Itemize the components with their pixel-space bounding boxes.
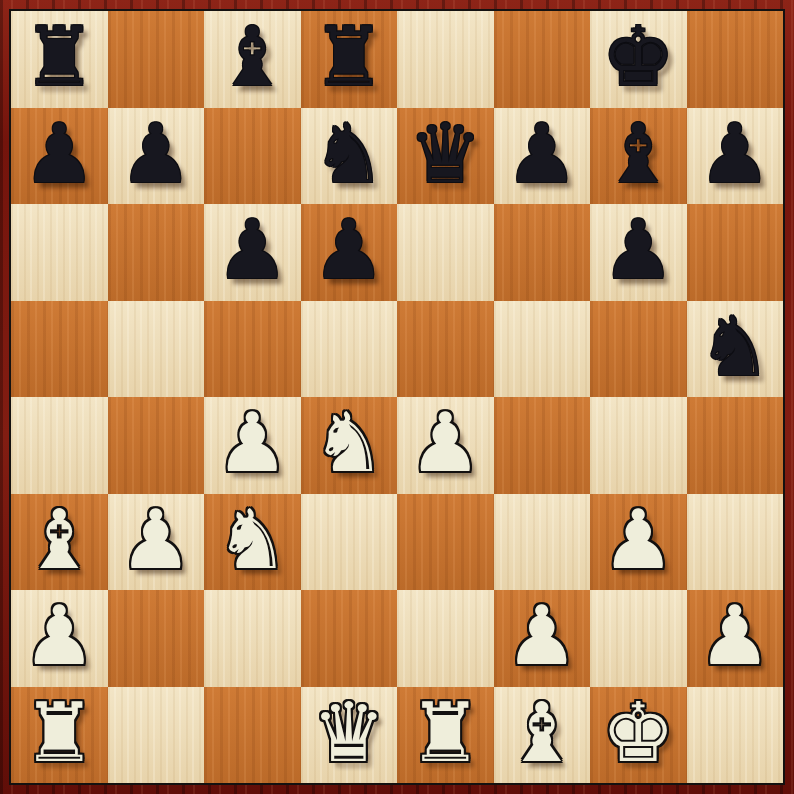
square-d3[interactable] <box>301 494 398 591</box>
square-a3[interactable]: ♝ <box>11 494 108 591</box>
square-b8[interactable] <box>108 11 205 108</box>
white-pawn-b3[interactable]: ♟ <box>119 499 193 581</box>
board-frame: ♜♝♜♚♟♟♞♛♟♝♟♟♟♟♞♟♞♟♝♟♞♟♟♟♟♜♛♜♝♚ <box>0 0 794 794</box>
square-b7[interactable]: ♟ <box>108 108 205 205</box>
square-f3[interactable] <box>494 494 591 591</box>
square-e8[interactable] <box>397 11 494 108</box>
square-d8[interactable]: ♜ <box>301 11 398 108</box>
black-pawn-g6[interactable]: ♟ <box>601 209 675 291</box>
square-c8[interactable]: ♝ <box>204 11 301 108</box>
square-e5[interactable] <box>397 301 494 398</box>
white-rook-a1[interactable]: ♜ <box>22 692 96 774</box>
square-c6[interactable]: ♟ <box>204 204 301 301</box>
black-knight-h5[interactable]: ♞ <box>698 306 772 388</box>
white-queen-d1[interactable]: ♛ <box>312 692 386 774</box>
square-g6[interactable]: ♟ <box>590 204 687 301</box>
square-a8[interactable]: ♜ <box>11 11 108 108</box>
square-d1[interactable]: ♛ <box>301 687 398 784</box>
square-a5[interactable] <box>11 301 108 398</box>
square-g5[interactable] <box>590 301 687 398</box>
white-pawn-g3[interactable]: ♟ <box>601 499 675 581</box>
square-f1[interactable]: ♝ <box>494 687 591 784</box>
square-a1[interactable]: ♜ <box>11 687 108 784</box>
square-c7[interactable] <box>204 108 301 205</box>
square-e3[interactable] <box>397 494 494 591</box>
white-king-g1[interactable]: ♚ <box>601 692 675 774</box>
square-h5[interactable]: ♞ <box>687 301 784 398</box>
black-king-g8[interactable]: ♚ <box>601 16 675 98</box>
black-queen-e7[interactable]: ♛ <box>408 113 482 195</box>
square-b4[interactable] <box>108 397 205 494</box>
square-f8[interactable] <box>494 11 591 108</box>
white-bishop-a3[interactable]: ♝ <box>22 499 96 581</box>
square-b3[interactable]: ♟ <box>108 494 205 591</box>
square-g8[interactable]: ♚ <box>590 11 687 108</box>
black-rook-d8[interactable]: ♜ <box>312 16 386 98</box>
square-f7[interactable]: ♟ <box>494 108 591 205</box>
square-b1[interactable] <box>108 687 205 784</box>
white-knight-d4[interactable]: ♞ <box>312 402 386 484</box>
square-h8[interactable] <box>687 11 784 108</box>
square-h6[interactable] <box>687 204 784 301</box>
white-knight-c3[interactable]: ♞ <box>215 499 289 581</box>
square-h2[interactable]: ♟ <box>687 590 784 687</box>
square-d6[interactable]: ♟ <box>301 204 398 301</box>
black-pawn-h7[interactable]: ♟ <box>698 113 772 195</box>
white-pawn-f2[interactable]: ♟ <box>505 595 579 677</box>
square-e7[interactable]: ♛ <box>397 108 494 205</box>
black-knight-d7[interactable]: ♞ <box>312 113 386 195</box>
square-f2[interactable]: ♟ <box>494 590 591 687</box>
square-b6[interactable] <box>108 204 205 301</box>
square-c4[interactable]: ♟ <box>204 397 301 494</box>
black-bishop-g7[interactable]: ♝ <box>601 113 675 195</box>
square-f4[interactable] <box>494 397 591 494</box>
square-c2[interactable] <box>204 590 301 687</box>
black-rook-a8[interactable]: ♜ <box>22 16 96 98</box>
square-h4[interactable] <box>687 397 784 494</box>
black-pawn-b7[interactable]: ♟ <box>119 113 193 195</box>
square-a4[interactable] <box>11 397 108 494</box>
square-b5[interactable] <box>108 301 205 398</box>
square-e2[interactable] <box>397 590 494 687</box>
square-f6[interactable] <box>494 204 591 301</box>
black-pawn-d6[interactable]: ♟ <box>312 209 386 291</box>
square-c5[interactable] <box>204 301 301 398</box>
white-pawn-c4[interactable]: ♟ <box>215 402 289 484</box>
white-pawn-a2[interactable]: ♟ <box>22 595 96 677</box>
square-a7[interactable]: ♟ <box>11 108 108 205</box>
square-g7[interactable]: ♝ <box>590 108 687 205</box>
black-bishop-c8[interactable]: ♝ <box>215 16 289 98</box>
black-pawn-c6[interactable]: ♟ <box>215 209 289 291</box>
square-e1[interactable]: ♜ <box>397 687 494 784</box>
white-pawn-h2[interactable]: ♟ <box>698 595 772 677</box>
square-c1[interactable] <box>204 687 301 784</box>
square-c3[interactable]: ♞ <box>204 494 301 591</box>
square-d2[interactable] <box>301 590 398 687</box>
square-d5[interactable] <box>301 301 398 398</box>
square-b2[interactable] <box>108 590 205 687</box>
square-e4[interactable]: ♟ <box>397 397 494 494</box>
square-g4[interactable] <box>590 397 687 494</box>
square-h1[interactable] <box>687 687 784 784</box>
black-pawn-f7[interactable]: ♟ <box>505 113 579 195</box>
square-d4[interactable]: ♞ <box>301 397 398 494</box>
square-h3[interactable] <box>687 494 784 591</box>
square-h7[interactable]: ♟ <box>687 108 784 205</box>
square-d7[interactable]: ♞ <box>301 108 398 205</box>
white-bishop-f1[interactable]: ♝ <box>505 692 579 774</box>
square-f5[interactable] <box>494 301 591 398</box>
square-a2[interactable]: ♟ <box>11 590 108 687</box>
square-g3[interactable]: ♟ <box>590 494 687 591</box>
square-e6[interactable] <box>397 204 494 301</box>
white-pawn-e4[interactable]: ♟ <box>408 402 482 484</box>
square-a6[interactable] <box>11 204 108 301</box>
black-pawn-a7[interactable]: ♟ <box>22 113 96 195</box>
square-g2[interactable] <box>590 590 687 687</box>
white-rook-e1[interactable]: ♜ <box>408 692 482 774</box>
chess-board: ♜♝♜♚♟♟♞♛♟♝♟♟♟♟♞♟♞♟♝♟♞♟♟♟♟♜♛♜♝♚ <box>9 9 785 785</box>
square-g1[interactable]: ♚ <box>590 687 687 784</box>
